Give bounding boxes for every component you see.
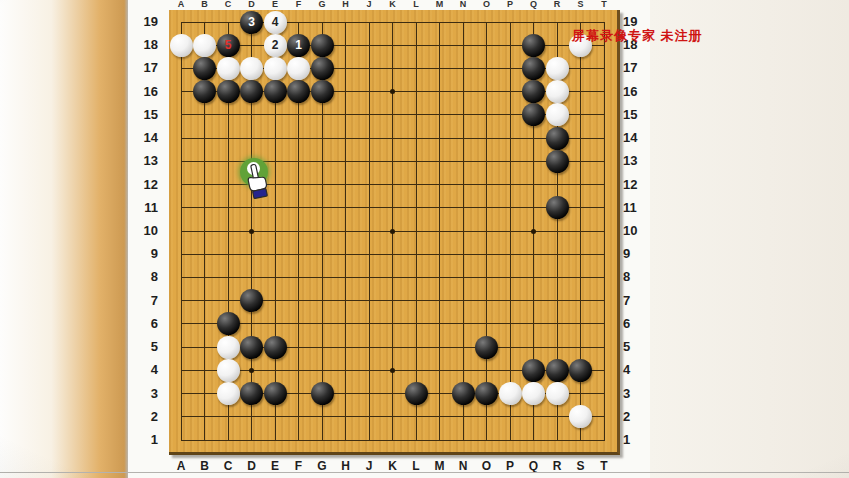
- watermark-text: 屏幕录像专家 未注册: [572, 27, 703, 45]
- stone-black-D16: [240, 80, 263, 103]
- stone-black-E16: [264, 80, 287, 103]
- grid-vline: [510, 22, 511, 441]
- coord-label-bottom: O: [480, 459, 494, 473]
- coord-label-bottom: D: [245, 459, 259, 473]
- stone-white-C17: [217, 57, 240, 80]
- coord-label-bottom: N: [456, 459, 470, 473]
- coord-label-bottom: E: [268, 459, 282, 473]
- coord-label-left: 12: [130, 177, 158, 192]
- stone-black-F16: [287, 80, 310, 103]
- coord-label-left: 19: [130, 14, 158, 29]
- stone-black-S4: [569, 359, 592, 382]
- stone-white-E18: 2: [264, 34, 287, 57]
- coord-label-right: 9: [623, 246, 651, 261]
- stone-black-R14: [546, 127, 569, 150]
- coord-label-bottom: H: [339, 459, 353, 473]
- stone-white-D17: [240, 57, 263, 80]
- coord-label-right: 5: [623, 339, 651, 354]
- coord-label-left: 11: [130, 200, 158, 215]
- stone-black-G3: [311, 382, 334, 405]
- stone-black-C18: 5: [217, 34, 240, 57]
- stone-black-B17: [193, 57, 216, 80]
- coord-label-right: 15: [623, 107, 651, 122]
- coord-label-bottom: M: [433, 459, 447, 473]
- coord-label-left: 17: [130, 60, 158, 75]
- stone-black-D3: [240, 382, 263, 405]
- coord-label-top: Q: [528, 0, 540, 9]
- bottom-divider: [0, 472, 849, 473]
- coord-label-right: 11: [623, 200, 651, 215]
- coord-label-top: O: [481, 0, 493, 9]
- right-background: [650, 0, 849, 478]
- grid-vline: [463, 22, 464, 441]
- coord-label-left: 9: [130, 246, 158, 261]
- stone-black-C16: [217, 80, 240, 103]
- coord-label-left: 16: [130, 84, 158, 99]
- grid-hline: [181, 440, 605, 441]
- stone-white-P3: [499, 382, 522, 405]
- stone-black-G18: [311, 34, 334, 57]
- stone-black-R4: [546, 359, 569, 382]
- coord-label-top: C: [222, 0, 234, 9]
- stone-black-E5: [264, 336, 287, 359]
- coord-label-top: A: [175, 0, 187, 9]
- stone-black-O3: [475, 382, 498, 405]
- coord-label-top: J: [363, 0, 375, 9]
- stone-white-B18: [193, 34, 216, 57]
- coord-label-top: G: [316, 0, 328, 9]
- coord-label-bottom: J: [362, 459, 376, 473]
- coord-label-top: H: [340, 0, 352, 9]
- coord-label-right: 6: [623, 316, 651, 331]
- grid-hline: [181, 416, 605, 417]
- coord-label-top: B: [199, 0, 211, 9]
- grid-vline: [439, 22, 440, 441]
- coord-label-top: R: [551, 0, 563, 9]
- stone-black-E3: [264, 382, 287, 405]
- screen: AABBCCDDEEFFGGHHJJKKLLMMNNOOPPQQRRSSTT19…: [0, 0, 849, 478]
- coord-label-bottom: A: [174, 459, 188, 473]
- grid-vline: [181, 22, 182, 441]
- coord-label-right: 1: [623, 432, 651, 447]
- coord-label-bottom: T: [597, 459, 611, 473]
- grid-hline: [181, 277, 605, 278]
- grid-vline: [416, 22, 417, 441]
- stone-black-Q18: [522, 34, 545, 57]
- coord-label-left: 1: [130, 432, 158, 447]
- coord-label-left: 14: [130, 130, 158, 145]
- stone-white-E19: 4: [264, 11, 287, 34]
- coord-label-right: 7: [623, 293, 651, 308]
- coord-label-right: 17: [623, 60, 651, 75]
- star-point: [531, 229, 536, 234]
- star-point: [390, 368, 395, 373]
- left-background-fade: [0, 0, 128, 478]
- grid-vline: [369, 22, 370, 441]
- coord-label-left: 13: [130, 153, 158, 168]
- coord-label-right: 13: [623, 153, 651, 168]
- coord-label-top: T: [598, 0, 610, 9]
- coord-label-bottom: R: [550, 459, 564, 473]
- grid-vline: [486, 22, 487, 441]
- grid-vline: [604, 22, 605, 441]
- stone-black-G17: [311, 57, 334, 80]
- coord-label-right: 10: [623, 223, 651, 238]
- coord-label-right: 16: [623, 84, 651, 99]
- grid-hline: [181, 254, 605, 255]
- coord-label-top: S: [575, 0, 587, 9]
- coord-label-left: 3: [130, 386, 158, 401]
- coord-label-left: 18: [130, 37, 158, 52]
- stone-black-Q16: [522, 80, 545, 103]
- coord-label-right: 8: [623, 269, 651, 284]
- stone-black-R13: [546, 150, 569, 173]
- stone-black-B16: [193, 80, 216, 103]
- coord-label-left: 7: [130, 293, 158, 308]
- coord-label-left: 8: [130, 269, 158, 284]
- stone-white-F17: [287, 57, 310, 80]
- coord-label-bottom: G: [315, 459, 329, 473]
- coord-label-left: 5: [130, 339, 158, 354]
- coord-label-bottom: F: [292, 459, 306, 473]
- stone-black-O5: [475, 336, 498, 359]
- stone-black-N3: [452, 382, 475, 405]
- stone-white-R3: [546, 382, 569, 405]
- coord-label-top: K: [387, 0, 399, 9]
- coord-label-bottom: L: [409, 459, 423, 473]
- stone-white-R17: [546, 57, 569, 80]
- coord-label-left: 2: [130, 409, 158, 424]
- grid-hline: [181, 207, 605, 208]
- grid-hline: [181, 323, 605, 324]
- stone-black-G16: [311, 80, 334, 103]
- stone-black-D19: 3: [240, 11, 263, 34]
- stone-black-D7: [240, 289, 263, 312]
- grid-vline: [345, 22, 346, 441]
- coord-label-right: 14: [623, 130, 651, 145]
- stone-white-R16: [546, 80, 569, 103]
- coord-label-top: E: [269, 0, 281, 9]
- coord-label-right: 4: [623, 362, 651, 377]
- stone-white-C3: [217, 382, 240, 405]
- stone-white-Q3: [522, 382, 545, 405]
- star-point: [390, 229, 395, 234]
- stone-white-A18: [170, 34, 193, 57]
- coord-label-top: P: [504, 0, 516, 9]
- stone-black-C6: [217, 312, 240, 335]
- coord-label-top: F: [293, 0, 305, 9]
- coord-label-right: 12: [623, 177, 651, 192]
- coord-label-left: 15: [130, 107, 158, 122]
- coord-label-right: 3: [623, 386, 651, 401]
- stone-black-R11: [546, 196, 569, 219]
- stone-black-Q4: [522, 359, 545, 382]
- stone-black-L3: [405, 382, 428, 405]
- coord-label-top: L: [410, 0, 422, 9]
- stone-white-C4: [217, 359, 240, 382]
- coord-label-top: N: [457, 0, 469, 9]
- coord-label-bottom: Q: [527, 459, 541, 473]
- stone-black-F18: 1: [287, 34, 310, 57]
- coord-label-right: 2: [623, 409, 651, 424]
- stone-white-R15: [546, 103, 569, 126]
- coord-label-bottom: C: [221, 459, 235, 473]
- stone-black-D5: [240, 336, 263, 359]
- coord-label-bottom: S: [574, 459, 588, 473]
- coord-label-bottom: B: [198, 459, 212, 473]
- coord-label-top: D: [246, 0, 258, 9]
- grid-hline: [181, 138, 605, 139]
- stone-white-E17: [264, 57, 287, 80]
- star-point: [249, 368, 254, 373]
- coord-label-left: 10: [130, 223, 158, 238]
- stone-black-Q17: [522, 57, 545, 80]
- coord-label-top: M: [434, 0, 446, 9]
- coord-label-left: 6: [130, 316, 158, 331]
- coord-label-bottom: K: [386, 459, 400, 473]
- stone-white-C5: [217, 336, 240, 359]
- star-point: [249, 229, 254, 234]
- coord-label-left: 4: [130, 362, 158, 377]
- coord-label-bottom: P: [503, 459, 517, 473]
